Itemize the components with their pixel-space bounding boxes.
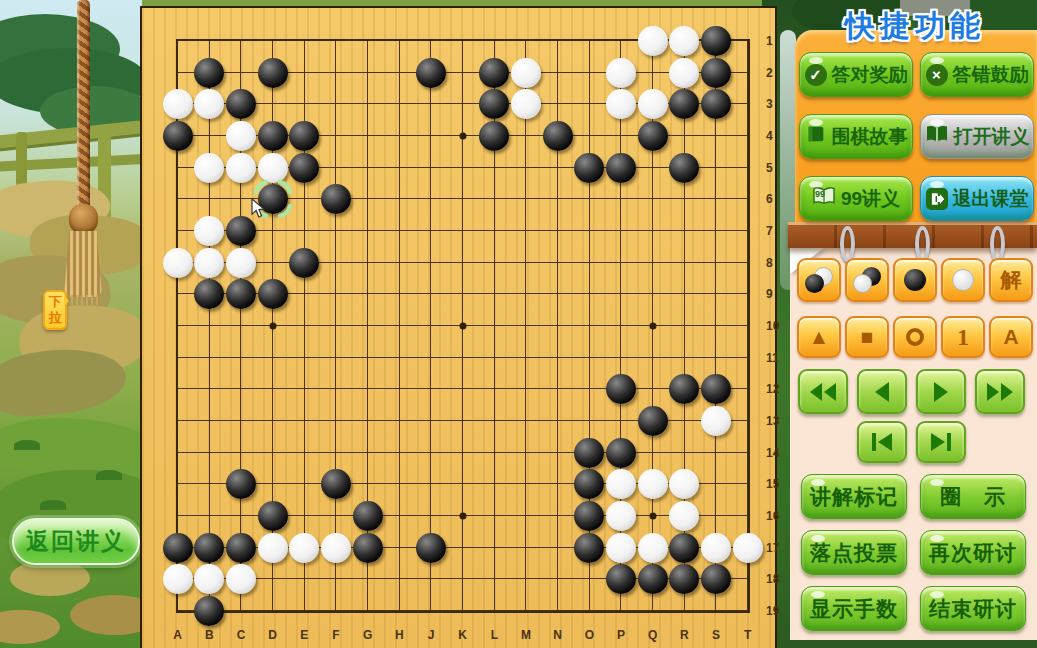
row-label-7: 7 — [766, 224, 773, 238]
black-stone-R18 — [669, 564, 699, 594]
go-board-grid[interactable] — [176, 39, 750, 613]
star-point-Q10 — [649, 322, 656, 329]
column-label-J: J — [428, 628, 435, 642]
black-stone-D2 — [258, 58, 288, 88]
row-label-16: 16 — [766, 509, 779, 523]
letter-marker-button[interactable]: A — [989, 316, 1033, 358]
exit-classroom-button[interactable]: 退出课堂 — [920, 176, 1034, 221]
grass-tuft — [14, 440, 40, 450]
handout-99-button[interactable]: 99 99讲义 — [799, 176, 913, 221]
white-stone-M2 — [511, 58, 541, 88]
white-stone-A18 — [163, 564, 193, 594]
white-stone-B8 — [194, 248, 224, 278]
black-stone-L3 — [479, 89, 509, 119]
pull-down-tab[interactable]: 下拉 — [43, 290, 67, 330]
triangle-icon: ▲ — [809, 325, 830, 349]
white-stone-icon — [952, 269, 974, 291]
grass-tuft — [40, 500, 66, 510]
black-stone-C17 — [226, 533, 256, 563]
step-forward-button[interactable] — [916, 369, 966, 414]
white-stone-R15 — [669, 469, 699, 499]
black-stone-Q13 — [638, 406, 668, 436]
column-label-M: M — [521, 628, 531, 642]
white-stone-A3 — [163, 89, 193, 119]
rewind-icon — [807, 381, 839, 403]
hanging-rope-decoration — [77, 0, 90, 214]
reward-correct-button[interactable]: ✓ 答对奖励 — [799, 52, 913, 97]
back-to-handout-button[interactable]: 返回讲义 — [12, 518, 140, 565]
black-stone-S2 — [701, 58, 731, 88]
go-board-panel: ABCDEFGHJKLMNOPQRST 12345678910111213141… — [140, 6, 777, 648]
star-point-K4 — [459, 132, 466, 139]
row-label-2: 2 — [766, 66, 773, 80]
encourage-wrong-label: 答错鼓励 — [953, 62, 1029, 88]
row-label-18: 18 — [766, 572, 779, 586]
quick-panel-title: 快捷功能 — [785, 6, 1037, 47]
black-stone-L4 — [479, 121, 509, 151]
row-label-15: 15 — [766, 477, 779, 491]
column-label-A: A — [173, 628, 182, 642]
answer-button[interactable]: 解 — [989, 258, 1033, 302]
column-label-F: F — [332, 628, 339, 642]
white-front-stones-icon — [853, 267, 881, 293]
black-stone-B9 — [194, 279, 224, 309]
black-stone-R3 — [669, 89, 699, 119]
white-stone-B5 — [194, 153, 224, 183]
black-stone-O17 — [574, 533, 604, 563]
black-stone-Q18 — [638, 564, 668, 594]
row-label-17: 17 — [766, 541, 779, 555]
circle-show-button[interactable]: 圈 示 — [920, 474, 1026, 519]
go-story-button[interactable]: 围棋故事 — [799, 114, 913, 159]
binder-ring — [990, 226, 1005, 262]
black-stone-N4 — [543, 121, 573, 151]
black-stone-R5 — [669, 153, 699, 183]
black-stone-P12 — [606, 374, 636, 404]
black-stone-F15 — [321, 469, 351, 499]
black-stone-icon — [904, 269, 926, 291]
black-stone-L2 — [479, 58, 509, 88]
triangle-marker-button[interactable]: ▲ — [797, 316, 841, 358]
place-black-white-button[interactable] — [797, 258, 841, 302]
number-1-icon: 1 — [957, 324, 969, 351]
star-point-D10 — [269, 322, 276, 329]
white-stone-S17 — [701, 533, 731, 563]
fast-forward-icon — [984, 381, 1016, 403]
black-stone-J2 — [416, 58, 446, 88]
tool-panel — [790, 248, 1037, 640]
show-move-numbers-button[interactable]: 显示手数 — [801, 586, 907, 631]
answer-label: 解 — [1001, 266, 1022, 294]
white-stone-Q1 — [638, 26, 668, 56]
step-back-icon — [870, 380, 894, 404]
white-stone-M3 — [511, 89, 541, 119]
column-label-G: G — [363, 628, 372, 642]
black-stone-B2 — [194, 58, 224, 88]
white-stone-R1 — [669, 26, 699, 56]
book-icon — [805, 124, 827, 149]
white-stone-C4 — [226, 121, 256, 151]
row-label-19: 19 — [766, 604, 779, 618]
tassel-knot-decoration — [69, 204, 98, 234]
exit-classroom-label: 退出课堂 — [953, 186, 1029, 212]
black-stone-D4 — [258, 121, 288, 151]
row-label-3: 3 — [766, 97, 773, 111]
row-label-12: 12 — [766, 382, 779, 396]
row-label-10: 10 — [766, 319, 779, 333]
white-stone-Q3 — [638, 89, 668, 119]
black-stone-P14 — [606, 438, 636, 468]
row-label-13: 13 — [766, 414, 779, 428]
white-stone-P15 — [606, 469, 636, 499]
black-stone-O14 — [574, 438, 604, 468]
row-label-9: 9 — [766, 287, 773, 301]
white-stone-B18 — [194, 564, 224, 594]
stone-path-decoration — [0, 610, 60, 644]
square-icon: ■ — [861, 325, 874, 349]
grass-tuft — [96, 470, 122, 480]
black-stone-S1 — [701, 26, 731, 56]
open-handout-button[interactable]: 打开讲义 — [920, 114, 1034, 159]
circle-icon — [906, 328, 924, 346]
stone-path-decoration — [70, 595, 142, 635]
black-stone-A17 — [163, 533, 193, 563]
book-99-icon: 99 — [812, 186, 836, 211]
encourage-wrong-button[interactable]: × 答错鼓励 — [920, 52, 1034, 97]
black-stone-F6 — [321, 184, 351, 214]
step-back-button[interactable] — [857, 369, 907, 414]
column-label-O: O — [585, 628, 594, 642]
black-stone-C3 — [226, 89, 256, 119]
white-stone-B7 — [194, 216, 224, 246]
black-stone-O16 — [574, 501, 604, 531]
place-black-button[interactable] — [893, 258, 937, 302]
to-end-button[interactable] — [916, 421, 966, 463]
white-stone-A8 — [163, 248, 193, 278]
white-stone-C18 — [226, 564, 256, 594]
black-stone-C15 — [226, 469, 256, 499]
black-stone-P18 — [606, 564, 636, 594]
column-label-Q: Q — [648, 628, 657, 642]
black-stone-O5 — [574, 153, 604, 183]
black-stone-D16 — [258, 501, 288, 531]
black-stone-G16 — [353, 501, 383, 531]
white-stone-P16 — [606, 501, 636, 531]
row-label-1: 1 — [766, 34, 773, 48]
column-label-P: P — [617, 628, 625, 642]
row-label-6: 6 — [766, 192, 773, 206]
white-stone-P3 — [606, 89, 636, 119]
open-handout-label: 打开讲义 — [954, 124, 1030, 150]
row-label-4: 4 — [766, 129, 773, 143]
cross-icon: × — [926, 64, 948, 86]
column-label-H: H — [395, 628, 404, 642]
row-labels: 12345678910111213141516171819 — [766, 41, 788, 611]
row-label-8: 8 — [766, 256, 773, 270]
open-book-icon — [925, 124, 949, 149]
board-intersections[interactable] — [178, 41, 748, 611]
white-stone-D17 — [258, 533, 288, 563]
row-label-14: 14 — [766, 446, 779, 460]
stone-path-decoration — [10, 560, 90, 596]
row-label-11: 11 — [766, 351, 779, 365]
black-stone-Q4 — [638, 121, 668, 151]
white-stone-T17 — [733, 533, 763, 563]
black-stone-S12 — [701, 374, 731, 404]
white-stone-F17 — [321, 533, 351, 563]
column-label-N: N — [553, 628, 562, 642]
white-stone-E17 — [289, 533, 319, 563]
rewind-button[interactable] — [798, 369, 848, 414]
go-story-label: 围棋故事 — [832, 124, 908, 150]
black-stone-G17 — [353, 533, 383, 563]
white-stone-Q15 — [638, 469, 668, 499]
white-stone-R2 — [669, 58, 699, 88]
mouse-cursor — [251, 198, 267, 224]
black-stone-B17 — [194, 533, 224, 563]
go-classroom-app: 下拉 返回讲义 — [0, 0, 1037, 648]
to-start-icon — [869, 431, 895, 453]
white-stone-Q17 — [638, 533, 668, 563]
black-stone-C9 — [226, 279, 256, 309]
column-labels: ABCDEFGHJKLMNOPQRST — [178, 628, 748, 644]
black-stone-D9 — [258, 279, 288, 309]
black-front-stones-icon — [805, 267, 833, 293]
left-scenery: 下拉 返回讲义 — [0, 0, 142, 648]
white-stone-R16 — [669, 501, 699, 531]
handout-99-label: 99讲义 — [841, 186, 900, 212]
column-label-E: E — [300, 628, 308, 642]
white-stone-P2 — [606, 58, 636, 88]
black-stone-S18 — [701, 564, 731, 594]
step-forward-icon — [929, 380, 953, 404]
row-label-5: 5 — [766, 161, 773, 175]
column-label-D: D — [268, 628, 277, 642]
white-stone-C8 — [226, 248, 256, 278]
white-stone-P17 — [606, 533, 636, 563]
black-stone-R12 — [669, 374, 699, 404]
black-stone-J17 — [416, 533, 446, 563]
black-stone-S3 — [701, 89, 731, 119]
number-marker-button[interactable]: 1 — [941, 316, 985, 358]
discuss-again-button[interactable]: 再次研讨 — [920, 530, 1026, 575]
column-label-L: L — [491, 628, 498, 642]
black-stone-O15 — [574, 469, 604, 499]
binder-ring — [915, 226, 930, 262]
white-stone-S13 — [701, 406, 731, 436]
black-stone-P5 — [606, 153, 636, 183]
reward-correct-label: 答对奖励 — [832, 62, 908, 88]
check-icon: ✓ — [805, 64, 827, 86]
star-point-K10 — [459, 322, 466, 329]
place-white-button[interactable] — [941, 258, 985, 302]
black-stone-B19 — [194, 596, 224, 626]
black-stone-E4 — [289, 121, 319, 151]
white-stone-B3 — [194, 89, 224, 119]
star-point-K16 — [459, 512, 466, 519]
column-label-T: T — [744, 628, 751, 642]
place-white-black-button[interactable] — [845, 258, 889, 302]
explain-marks-button[interactable]: 讲解标记 — [801, 474, 907, 519]
column-label-K: K — [458, 628, 467, 642]
column-label-C: C — [237, 628, 246, 642]
tassel-decoration — [64, 231, 102, 297]
black-stone-R17 — [669, 533, 699, 563]
placement-vote-button[interactable]: 落点投票 — [801, 530, 907, 575]
square-marker-button[interactable]: ■ — [845, 316, 889, 358]
to-end-icon — [928, 431, 954, 453]
column-label-R: R — [680, 628, 689, 642]
exit-icon — [926, 188, 948, 210]
letter-a-icon: A — [1003, 325, 1018, 349]
book-99-number: 99 — [815, 189, 825, 199]
black-stone-A4 — [163, 121, 193, 151]
star-point-Q16 — [649, 512, 656, 519]
column-label-B: B — [205, 628, 214, 642]
circle-marker-button[interactable] — [893, 316, 937, 358]
column-label-S: S — [712, 628, 720, 642]
fast-forward-button[interactable] — [975, 369, 1025, 414]
binder-ring — [840, 226, 855, 262]
to-start-button[interactable] — [857, 421, 907, 463]
black-stone-E8 — [289, 248, 319, 278]
end-discussion-button[interactable]: 结束研讨 — [920, 586, 1026, 631]
